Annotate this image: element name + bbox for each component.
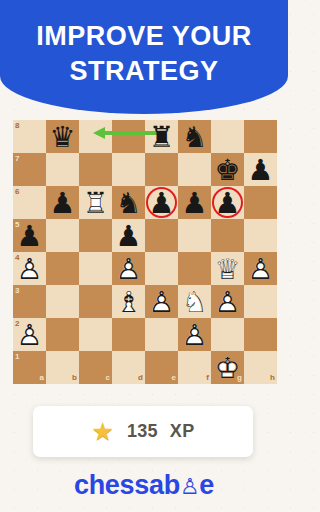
- promo-banner: IMPROVE YOUR STRATEGY: [0, 0, 288, 114]
- square-b7[interactable]: [46, 153, 79, 186]
- piece-outline: ♕: [211, 252, 244, 285]
- file-label-f: f: [206, 374, 209, 382]
- square-b4[interactable]: [46, 252, 79, 285]
- piece-black-king[interactable]: ♚: [211, 153, 244, 186]
- square-a3[interactable]: 3: [13, 285, 46, 318]
- star-icon: ★: [92, 419, 114, 444]
- square-d1[interactable]: d: [112, 351, 145, 384]
- piece-outline: ♙: [112, 252, 145, 285]
- square-a8[interactable]: 8: [13, 120, 46, 153]
- logo-text-prefix: chessab: [74, 470, 180, 500]
- square-g4[interactable]: ♛♕: [211, 252, 244, 285]
- square-g5[interactable]: [211, 219, 244, 252]
- piece-black-rook[interactable]: ♜: [145, 120, 178, 153]
- piece-black-pawn[interactable]: ♟: [46, 186, 79, 219]
- square-e6[interactable]: ♟: [145, 186, 178, 219]
- piece-white-rook[interactable]: ♜♖: [79, 186, 112, 219]
- square-e7[interactable]: [145, 153, 178, 186]
- square-h3[interactable]: [244, 285, 277, 318]
- square-f8[interactable]: ♞: [178, 120, 211, 153]
- square-e8[interactable]: ♜: [145, 120, 178, 153]
- banner-title-line2: STRATEGY: [0, 54, 288, 89]
- square-f5[interactable]: [178, 219, 211, 252]
- piece-outline: ♗: [112, 285, 145, 318]
- square-e5[interactable]: [145, 219, 178, 252]
- piece-outline: ♙: [145, 285, 178, 318]
- rank-label-8: 8: [15, 122, 19, 130]
- square-c4[interactable]: [79, 252, 112, 285]
- square-c3[interactable]: [79, 285, 112, 318]
- square-c7[interactable]: [79, 153, 112, 186]
- rank-label-6: 6: [15, 188, 19, 196]
- square-d3[interactable]: ♝♗: [112, 285, 145, 318]
- piece-black-pawn[interactable]: ♟: [145, 186, 178, 219]
- file-label-c: c: [106, 374, 110, 382]
- square-c6[interactable]: ♜♖: [79, 186, 112, 219]
- square-h2[interactable]: [244, 318, 277, 351]
- piece-white-pawn[interactable]: ♟♙: [112, 252, 145, 285]
- file-label-a: a: [40, 374, 44, 382]
- square-g3[interactable]: ♟♙: [211, 285, 244, 318]
- square-c5[interactable]: [79, 219, 112, 252]
- square-e1[interactable]: e: [145, 351, 178, 384]
- square-f1[interactable]: f: [178, 351, 211, 384]
- square-g8[interactable]: [211, 120, 244, 153]
- square-e3[interactable]: ♟♙: [145, 285, 178, 318]
- square-c1[interactable]: c: [79, 351, 112, 384]
- square-h5[interactable]: [244, 219, 277, 252]
- piece-outline: ♘: [178, 285, 211, 318]
- square-f3[interactable]: ♞♘: [178, 285, 211, 318]
- rank-label-1: 1: [15, 353, 19, 361]
- file-label-h: h: [270, 374, 275, 382]
- rank-label-7: 7: [15, 155, 19, 163]
- square-a4[interactable]: 4♟♙: [13, 252, 46, 285]
- piece-outline: ♙: [211, 285, 244, 318]
- pawn-icon: ♙: [180, 474, 199, 499]
- square-b3[interactable]: [46, 285, 79, 318]
- rank-label-5: 5: [15, 221, 19, 229]
- piece-black-pawn[interactable]: ♟: [178, 186, 211, 219]
- square-g7[interactable]: ♚: [211, 153, 244, 186]
- square-f4[interactable]: [178, 252, 211, 285]
- square-b2[interactable]: [46, 318, 79, 351]
- square-b1[interactable]: b: [46, 351, 79, 384]
- square-e2[interactable]: [145, 318, 178, 351]
- piece-white-pawn[interactable]: ♟♙: [178, 318, 211, 351]
- square-h6[interactable]: [244, 186, 277, 219]
- square-b8[interactable]: ♛: [46, 120, 79, 153]
- rank-label-3: 3: [15, 287, 19, 295]
- file-label-b: b: [72, 374, 77, 382]
- piece-outline: ♖: [79, 186, 112, 219]
- square-a1[interactable]: 1a: [13, 351, 46, 384]
- square-d5[interactable]: ♟: [112, 219, 145, 252]
- square-d7[interactable]: [112, 153, 145, 186]
- square-a2[interactable]: 2♟♙: [13, 318, 46, 351]
- square-f2[interactable]: ♟♙: [178, 318, 211, 351]
- rank-label-2: 2: [15, 320, 19, 328]
- xp-card: ★ 135 XP: [33, 406, 253, 457]
- banner-title-line1: IMPROVE YOUR: [0, 19, 288, 54]
- xp-value: 135: [127, 421, 158, 442]
- square-h7[interactable]: ♟: [244, 153, 277, 186]
- square-h1[interactable]: h: [244, 351, 277, 384]
- square-b6[interactable]: ♟: [46, 186, 79, 219]
- square-h8[interactable]: [244, 120, 277, 153]
- piece-black-knight[interactable]: ♞: [178, 120, 211, 153]
- rank-label-4: 4: [15, 254, 19, 262]
- square-c2[interactable]: [79, 318, 112, 351]
- chessable-logo: chessab♙e: [0, 469, 288, 503]
- square-a6[interactable]: 6: [13, 186, 46, 219]
- piece-white-pawn[interactable]: ♟♙: [244, 252, 277, 285]
- file-label-e: e: [172, 374, 176, 382]
- square-b5[interactable]: [46, 219, 79, 252]
- piece-black-pawn[interactable]: ♟: [211, 186, 244, 219]
- file-label-g: g: [237, 374, 242, 382]
- xp-label: 135 XP: [127, 421, 195, 442]
- square-a5[interactable]: 5♟: [13, 219, 46, 252]
- piece-white-queen[interactable]: ♛♕: [211, 252, 244, 285]
- square-g6[interactable]: ♟: [211, 186, 244, 219]
- piece-black-pawn[interactable]: ♟: [112, 219, 145, 252]
- square-f7[interactable]: [178, 153, 211, 186]
- square-d6[interactable]: ♞: [112, 186, 145, 219]
- file-label-d: d: [138, 374, 143, 382]
- chess-board[interactable]: 8♛♜♞7♚♟6♟♜♖♞♟♟♟5♟♟4♟♙♟♙♛♕♟♙3♝♗♟♙♞♘♟♙2♟♙♟…: [13, 120, 277, 384]
- square-d4[interactable]: ♟♙: [112, 252, 145, 285]
- piece-black-queen[interactable]: ♛: [46, 120, 79, 153]
- piece-outline: ♙: [244, 252, 277, 285]
- square-f6[interactable]: ♟: [178, 186, 211, 219]
- logo-text-suffix: e: [199, 470, 214, 500]
- piece-white-knight[interactable]: ♞♘: [178, 285, 211, 318]
- square-e4[interactable]: [145, 252, 178, 285]
- square-g1[interactable]: g♚♔: [211, 351, 244, 384]
- piece-white-pawn[interactable]: ♟♙: [211, 285, 244, 318]
- piece-black-pawn[interactable]: ♟: [244, 153, 277, 186]
- square-d2[interactable]: [112, 318, 145, 351]
- piece-white-pawn[interactable]: ♟♙: [145, 285, 178, 318]
- piece-black-knight[interactable]: ♞: [112, 186, 145, 219]
- xp-unit: XP: [170, 421, 195, 442]
- piece-outline: ♙: [178, 318, 211, 351]
- piece-white-bishop[interactable]: ♝♗: [112, 285, 145, 318]
- square-g2[interactable]: [211, 318, 244, 351]
- square-h4[interactable]: ♟♙: [244, 252, 277, 285]
- square-a7[interactable]: 7: [13, 153, 46, 186]
